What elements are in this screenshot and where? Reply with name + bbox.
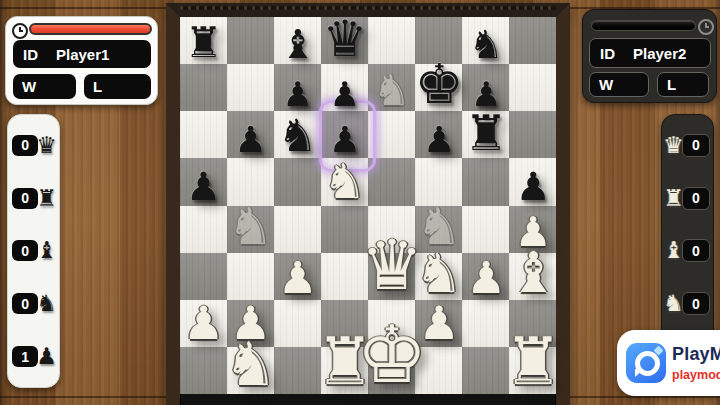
piece-black-rook-a8[interactable]: ♜ bbox=[185, 23, 223, 63]
playmods-brand-text: PlayMods bbox=[672, 344, 720, 365]
player2-time-bar bbox=[591, 20, 696, 31]
chess-board[interactable]: ♜♝♛♞♟♟♚♟♟♞♟♟♜♟♟♞♟♟♛♞♟♝♟♟♟♞♜♚♜♞♞♞ bbox=[180, 17, 556, 394]
piece-black-rook-g6[interactable]: ♜ bbox=[464, 111, 508, 158]
player1-id-box: ID Player1 bbox=[13, 40, 151, 68]
piece-white-pawn-g3[interactable]: ♟ bbox=[466, 257, 505, 299]
piece-black-pawn-b6[interactable]: ♟ bbox=[235, 123, 267, 157]
captured-white-knight-row: ♞0 bbox=[662, 279, 713, 329]
piece-black-bishop-c8[interactable]: ♝ bbox=[280, 25, 316, 63]
ghost-white-knight-b4: ♞ bbox=[228, 203, 274, 251]
player1-name: Player1 bbox=[56, 46, 109, 63]
black-bishop-icon: ♝ bbox=[36, 239, 57, 262]
player2-losses-box: L bbox=[657, 72, 709, 97]
bishop-capture-count: 0 bbox=[682, 239, 710, 262]
piece-black-queen-d8[interactable]: ♛ bbox=[322, 16, 367, 64]
player2-losses-label: L bbox=[667, 76, 676, 93]
logo-tail bbox=[635, 369, 644, 377]
player2-panel: ID Player2 W L bbox=[582, 9, 717, 103]
black-pawn-icon: ♟ bbox=[36, 345, 57, 368]
player1-losses-label: L bbox=[93, 78, 102, 95]
piece-black-king-f7[interactable]: ♚ bbox=[414, 58, 463, 110]
piece-white-king-e1[interactable]: ♚ bbox=[357, 318, 428, 393]
piece-white-pawn-a2[interactable]: ♟ bbox=[183, 302, 224, 346]
captured-black-knight-row: 0♞ bbox=[8, 279, 59, 329]
piece-white-pawn-c3[interactable]: ♟ bbox=[278, 257, 317, 299]
captured-white-queen-row: ♛0 bbox=[662, 120, 713, 170]
player1-panel: ID Player1 W L bbox=[5, 16, 158, 105]
piece-black-knight-g8[interactable]: ♞ bbox=[469, 26, 504, 63]
queen-capture-count: 0 bbox=[12, 135, 38, 156]
captured-black-pieces-tray: 0♛0♜0♝0♞1♟ bbox=[7, 114, 60, 388]
player2-id-box: ID Player2 bbox=[589, 38, 711, 68]
pieces-layer: ♜♝♛♞♟♟♚♟♟♞♟♟♜♟♟♞♟♟♛♞♟♝♟♟♟♞♜♚♜♞♞♞ bbox=[180, 17, 556, 394]
frame-ticks-top bbox=[180, 6, 556, 10]
captured-black-rook-row: 0♜ bbox=[8, 173, 59, 223]
player1-losses-box: L bbox=[84, 74, 151, 99]
player1-wins-label: W bbox=[22, 78, 36, 95]
piece-black-pawn-d7[interactable]: ♟ bbox=[330, 78, 360, 110]
playmods-url-text: playmods.net bbox=[672, 368, 720, 382]
pawn-capture-count: 1 bbox=[12, 346, 38, 367]
timer-icon bbox=[12, 23, 28, 39]
piece-white-knight-b1[interactable]: ♞ bbox=[224, 336, 278, 393]
white-queen-icon: ♛ bbox=[663, 134, 684, 157]
black-knight-icon: ♞ bbox=[36, 292, 57, 315]
playmods-logo-icon bbox=[626, 343, 666, 383]
piece-white-queen-e3[interactable]: ♛ bbox=[361, 233, 423, 299]
player1-id-label: ID bbox=[23, 46, 38, 63]
piece-black-pawn-a5[interactable]: ♟ bbox=[186, 168, 221, 205]
piece-black-pawn-f6[interactable]: ♟ bbox=[423, 123, 455, 157]
player1-wins-box: W bbox=[13, 74, 76, 99]
white-bishop-icon: ♝ bbox=[663, 239, 684, 262]
player2-name: Player2 bbox=[633, 45, 686, 62]
player2-wins-label: W bbox=[599, 76, 613, 93]
queen-capture-count: 0 bbox=[682, 134, 710, 157]
piece-white-rook-h1[interactable]: ♜ bbox=[504, 331, 562, 393]
captured-white-rook-row: ♜0 bbox=[662, 173, 713, 223]
piece-black-pawn-c7[interactable]: ♟ bbox=[283, 78, 313, 110]
game-screen: ♜♝♛♞♟♟♚♟♟♞♟♟♜♟♟♞♟♟♛♞♟♝♟♟♟♞♜♚♜♞♞♞ ID Play… bbox=[0, 0, 720, 405]
captured-black-bishop-row: 0♝ bbox=[8, 226, 59, 276]
piece-white-bishop-h3[interactable]: ♝ bbox=[508, 246, 558, 299]
player1-time-bar bbox=[29, 23, 152, 35]
white-knight-icon: ♞ bbox=[663, 292, 684, 315]
ghost-white-knight-e7: ♞ bbox=[373, 71, 411, 111]
piece-black-pawn-h5[interactable]: ♟ bbox=[516, 168, 551, 205]
rook-capture-count: 0 bbox=[12, 188, 38, 209]
rook-capture-count: 0 bbox=[682, 187, 710, 210]
playmods-watermark[interactable]: PlayMods playmods.net bbox=[617, 330, 720, 396]
black-queen-icon: ♛ bbox=[36, 134, 57, 157]
white-rook-icon: ♜ bbox=[663, 187, 684, 210]
piece-white-knight-f3[interactable]: ♞ bbox=[415, 248, 463, 299]
knight-capture-count: 0 bbox=[12, 293, 38, 314]
captured-black-queen-row: 0♛ bbox=[8, 120, 59, 170]
piece-white-knight-d5[interactable]: ♞ bbox=[323, 159, 366, 205]
piece-black-knight-c6[interactable]: ♞ bbox=[278, 115, 318, 158]
knight-capture-count: 0 bbox=[682, 292, 710, 315]
captured-white-bishop-row: ♝0 bbox=[662, 226, 713, 276]
player2-wins-box: W bbox=[589, 72, 649, 97]
bishop-capture-count: 0 bbox=[12, 240, 38, 261]
captured-black-pawn-row: 1♟ bbox=[8, 332, 59, 382]
timer-icon bbox=[698, 19, 714, 35]
player2-id-label: ID bbox=[600, 45, 615, 62]
black-rook-icon: ♜ bbox=[36, 187, 57, 210]
